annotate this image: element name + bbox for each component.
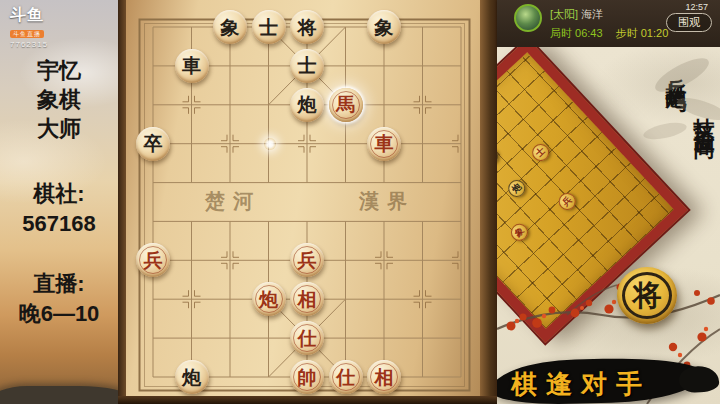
- piece-char: 象: [375, 18, 394, 37]
- calligraphy-column-1: 兵挺炮鸣: [662, 61, 690, 81]
- game-time: 局时 06:43: [550, 27, 603, 39]
- room-id: 7762315: [10, 41, 48, 49]
- streamer-name-line2: 象棋: [0, 85, 118, 114]
- board-edge-right: [480, 0, 497, 404]
- club-label: 棋社:: [0, 179, 118, 209]
- decor-mini-piece: 炮: [505, 176, 529, 200]
- piece-char: 炮: [298, 95, 317, 114]
- piece-char: 将: [298, 18, 317, 37]
- douyu-logo: 斗鱼 斗鱼直播 7762315: [10, 7, 48, 49]
- piece-char: 兵: [298, 251, 317, 270]
- piece-black-象-c2r0[interactable]: 象: [213, 10, 247, 44]
- stream-frame: 斗鱼 斗鱼直播 7762315 宇忆 象棋 大师 棋社: 567168 直播: …: [0, 0, 720, 404]
- system-clock: 12:57: [685, 2, 708, 12]
- board-edge-left: [118, 0, 126, 404]
- piece-red-相-c4r7[interactable]: 相: [290, 282, 324, 316]
- piece-red-兵-c4r6[interactable]: 兵: [290, 243, 324, 277]
- piece-layer: 象士将象車士炮馬卒車兵兵炮相仕炮帥仕相: [118, 0, 497, 404]
- piece-red-仕-c4r8[interactable]: 仕: [290, 321, 324, 355]
- piece-char: 仕: [336, 368, 355, 387]
- decor-mini-piece: 士: [529, 140, 553, 164]
- decor-mini-piece: 馬: [497, 144, 502, 168]
- piece-char: 卒: [144, 134, 163, 153]
- decor-general-piece: 将: [617, 267, 677, 324]
- streamer-name-line1: 宇忆: [0, 56, 118, 85]
- piece-black-炮-c4r2[interactable]: 炮: [290, 88, 324, 122]
- decor-mini-piece-char: 炮: [509, 181, 524, 197]
- piece-black-士-c4r1[interactable]: 士: [290, 49, 324, 83]
- piece-red-炮-c3r7[interactable]: 炮: [252, 282, 286, 316]
- douyu-logo-text: 斗鱼: [10, 7, 48, 23]
- piece-char: 相: [298, 290, 317, 309]
- piece-black-車-c1r1[interactable]: 車: [175, 49, 209, 83]
- piece-red-仕-c5r9[interactable]: 仕: [329, 360, 363, 394]
- streamer-sidebar: 斗鱼 斗鱼直播 7762315 宇忆 象棋 大师 棋社: 567168 直播: …: [0, 0, 118, 404]
- grass-silhouette: [0, 386, 118, 404]
- douyu-logo-badge: 斗鱼直播: [10, 30, 44, 38]
- decor-panel: 車馬炮士象兵 兵挺炮鸣 技艺盖世间: [497, 47, 720, 404]
- avatar[interactable]: [514, 4, 542, 32]
- player-clocks: 局时 06:43 步时 01:20: [550, 26, 668, 41]
- board-edge-bottom: [118, 396, 497, 404]
- piece-red-帥-c4r9[interactable]: 帥: [290, 360, 324, 394]
- piece-black-象-c6r0[interactable]: 象: [367, 10, 401, 44]
- streamer-name-line3: 大师: [0, 114, 118, 143]
- player-name: [太阳]海洋: [550, 7, 603, 22]
- club-info: 棋社: 567168: [0, 179, 118, 239]
- spectate-button[interactable]: 围观: [666, 13, 712, 32]
- piece-red-車-c6r3[interactable]: 車: [367, 127, 401, 161]
- piece-black-卒-c0r3[interactable]: 卒: [136, 127, 170, 161]
- live-time: 晚6—10: [0, 299, 118, 329]
- right-panel: [太阳]海洋 局时 06:43 步时 01:20 12:57 围观 車馬炮士象兵…: [497, 0, 720, 404]
- live-label: 直播:: [0, 269, 118, 299]
- piece-char: 相: [375, 368, 394, 387]
- piece-red-馬-c5r2[interactable]: 馬: [329, 88, 363, 122]
- piece-black-炮-c1r9[interactable]: 炮: [175, 360, 209, 394]
- calligraphy-column-2: 技艺盖世间: [690, 101, 718, 126]
- piece-char: 車: [375, 134, 394, 153]
- piece-red-兵-c0r6[interactable]: 兵: [136, 243, 170, 277]
- xiangqi-board: 楚河 漢界 象士将象車士炮馬卒車兵兵炮相仕炮帥仕相: [118, 0, 497, 404]
- piece-char: 帥: [298, 368, 317, 387]
- piece-char: 士: [298, 56, 317, 75]
- decor-mini-piece: 兵: [555, 189, 579, 213]
- player-name-text: 海洋: [581, 8, 603, 20]
- piece-char: 炮: [259, 290, 278, 309]
- piece-char: 馬: [336, 95, 355, 114]
- player-title-badge: [太阳]: [550, 8, 578, 20]
- piece-red-相-c6r9[interactable]: 相: [367, 360, 401, 394]
- move-time: 步时 01:20: [616, 27, 669, 39]
- decor-mini-piece-char: 士: [533, 145, 548, 161]
- club-id: 567168: [0, 209, 118, 239]
- decor-mini-piece-char: 象: [512, 225, 527, 241]
- opponent-bar: [太阳]海洋 局时 06:43 步时 01:20 12:57 围观: [497, 0, 720, 47]
- piece-char: 仕: [298, 329, 317, 348]
- piece-black-将-c4r0[interactable]: 将: [290, 10, 324, 44]
- banner-text: 棋逢对手: [511, 367, 701, 402]
- decor-mini-piece-char: 兵: [560, 194, 575, 210]
- piece-char: 象: [221, 18, 240, 37]
- piece-char: 車: [182, 56, 201, 75]
- piece-char: 士: [259, 18, 278, 37]
- piece-black-士-c3r0[interactable]: 士: [252, 10, 286, 44]
- decor-mini-piece: 象: [507, 220, 531, 244]
- move-sparkle-effect: [264, 138, 276, 150]
- piece-char: 炮: [182, 368, 201, 387]
- streamer-name: 宇忆 象棋 大师: [0, 56, 118, 143]
- live-schedule: 直播: 晚6—10: [0, 269, 118, 329]
- decor-general-char: 将: [633, 276, 662, 316]
- piece-char: 兵: [144, 251, 163, 270]
